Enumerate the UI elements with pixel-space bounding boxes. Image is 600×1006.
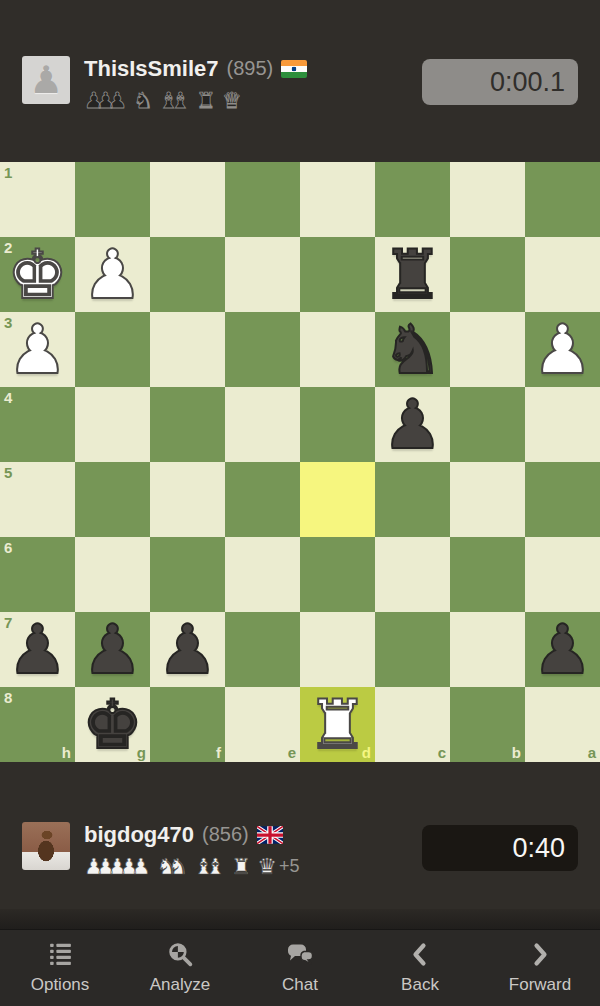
square-g1[interactable] bbox=[75, 162, 150, 237]
chat-label: Chat bbox=[282, 975, 318, 995]
uk-flag-icon bbox=[257, 826, 283, 844]
back-label: Back bbox=[401, 975, 439, 995]
analyze-label: Analyze bbox=[150, 975, 210, 995]
square-f5[interactable] bbox=[150, 462, 225, 537]
square-e3[interactable] bbox=[225, 312, 300, 387]
analyze-magnifier-icon bbox=[167, 940, 194, 968]
square-f4[interactable] bbox=[150, 387, 225, 462]
square-f6[interactable] bbox=[150, 537, 225, 612]
square-c5[interactable] bbox=[375, 462, 450, 537]
square-c4[interactable]: ♟ bbox=[375, 387, 450, 462]
square-d7[interactable] bbox=[300, 612, 375, 687]
square-a7[interactable]: ♟ bbox=[525, 612, 600, 687]
square-c6[interactable] bbox=[375, 537, 450, 612]
file-label-a: a bbox=[588, 745, 596, 760]
square-h7[interactable]: 7♟ bbox=[0, 612, 75, 687]
file-label-b: b bbox=[512, 745, 521, 760]
square-g6[interactable] bbox=[75, 537, 150, 612]
square-h8[interactable]: 8h bbox=[0, 687, 75, 762]
piece-wK-h2[interactable]: ♚ bbox=[0, 237, 75, 312]
analyze-button[interactable]: Analyze bbox=[120, 929, 240, 1006]
top-player[interactable]: ♟ ThisIsSmile7 (895) ♟♟♟♞♝♝♜♛ bbox=[22, 56, 307, 112]
square-h2[interactable]: 2♚ bbox=[0, 237, 75, 312]
square-a4[interactable] bbox=[525, 387, 600, 462]
piece-bP-g7[interactable]: ♟ bbox=[75, 612, 150, 687]
forward-button[interactable]: Forward bbox=[480, 929, 600, 1006]
square-h6[interactable]: 6 bbox=[0, 537, 75, 612]
square-b7[interactable] bbox=[450, 612, 525, 687]
square-c2[interactable]: ♜ bbox=[375, 237, 450, 312]
square-g2[interactable]: ♟ bbox=[75, 237, 150, 312]
top-player-avatar[interactable]: ♟ bbox=[22, 56, 70, 104]
piece-wP-g2[interactable]: ♟ bbox=[75, 237, 150, 312]
piece-bN-c3[interactable]: ♞ bbox=[375, 312, 450, 387]
piece-bP-f7[interactable]: ♟ bbox=[150, 612, 225, 687]
square-g3[interactable] bbox=[75, 312, 150, 387]
bottom-player-captured-pieces: ♟♟♟♟♟♞♞♝♝♜♛+5 bbox=[84, 854, 300, 878]
piece-bP-c4[interactable]: ♟ bbox=[375, 387, 450, 462]
default-pawn-avatar-icon: ♟ bbox=[29, 61, 63, 99]
india-flag-icon bbox=[281, 60, 307, 78]
square-e6[interactable] bbox=[225, 537, 300, 612]
square-g7[interactable]: ♟ bbox=[75, 612, 150, 687]
square-b5[interactable] bbox=[450, 462, 525, 537]
square-d4[interactable] bbox=[300, 387, 375, 462]
forward-label: Forward bbox=[509, 975, 571, 995]
piece-wP-a3[interactable]: ♟ bbox=[525, 312, 600, 387]
material-advantage: +5 bbox=[279, 856, 300, 878]
bottom-player-avatar[interactable] bbox=[22, 822, 70, 870]
square-e1[interactable] bbox=[225, 162, 300, 237]
piece-bP-a7[interactable]: ♟ bbox=[525, 612, 600, 687]
piece-bP-h7[interactable]: ♟ bbox=[0, 612, 75, 687]
square-f2[interactable] bbox=[150, 237, 225, 312]
file-label-f: f bbox=[216, 745, 221, 760]
bottom-player-rating: (856) bbox=[202, 823, 249, 846]
bottom-toolbar: Options Analyze Chat bbox=[0, 929, 600, 1006]
piece-wR-d8[interactable]: ♜ bbox=[300, 687, 375, 762]
captured-group-ppppp: ♟♟♟♟♟ bbox=[84, 856, 157, 878]
square-c1[interactable] bbox=[375, 162, 450, 237]
square-e2[interactable] bbox=[225, 237, 300, 312]
square-h3[interactable]: 3♟ bbox=[0, 312, 75, 387]
chat-button[interactable]: Chat bbox=[240, 929, 360, 1006]
square-h4[interactable]: 4 bbox=[0, 387, 75, 462]
rank-label-8: 8 bbox=[4, 690, 12, 705]
square-a8[interactable]: a bbox=[525, 687, 600, 762]
square-a5[interactable] bbox=[525, 462, 600, 537]
square-f1[interactable] bbox=[150, 162, 225, 237]
captured-group-n: ♞ bbox=[133, 90, 159, 112]
captured-group-bb: ♝♝ bbox=[194, 856, 231, 878]
bottom-player-section: bigdog470 (856) ♟♟♟♟♟♞♞♝♝♜♛+5 0:40 bbox=[0, 762, 600, 909]
square-c8[interactable]: c bbox=[375, 687, 450, 762]
square-e5[interactable] bbox=[225, 462, 300, 537]
square-d8[interactable]: d♜ bbox=[300, 687, 375, 762]
top-player-username[interactable]: ThisIsSmile7 bbox=[84, 56, 219, 82]
file-label-h: h bbox=[62, 745, 71, 760]
bottom-player-clock: 0:40 bbox=[422, 825, 578, 871]
top-player-clock: 0:00.1 bbox=[422, 59, 578, 105]
square-b1[interactable] bbox=[450, 162, 525, 237]
square-a6[interactable] bbox=[525, 537, 600, 612]
captured-group-ppp: ♟♟♟ bbox=[84, 90, 133, 112]
top-player-section: ♟ ThisIsSmile7 (895) ♟♟♟♞♝♝♜♛ 0:00.1 bbox=[0, 0, 600, 162]
square-e8[interactable]: e bbox=[225, 687, 300, 762]
file-label-c: c bbox=[438, 745, 446, 760]
square-g4[interactable] bbox=[75, 387, 150, 462]
captured-group-r: ♜ bbox=[232, 856, 258, 878]
bottom-player-username[interactable]: bigdog470 bbox=[84, 822, 194, 848]
square-f3[interactable] bbox=[150, 312, 225, 387]
square-d6[interactable] bbox=[300, 537, 375, 612]
chevron-right-icon bbox=[528, 940, 552, 968]
square-a3[interactable]: ♟ bbox=[525, 312, 600, 387]
chess-app: ♟ ThisIsSmile7 (895) ♟♟♟♞♝♝♜♛ 0:00.1 12♚… bbox=[0, 0, 600, 1006]
square-c3[interactable]: ♞ bbox=[375, 312, 450, 387]
square-g5[interactable] bbox=[75, 462, 150, 537]
square-c7[interactable] bbox=[375, 612, 450, 687]
rank-label-4: 4 bbox=[4, 390, 12, 405]
captured-group-nn: ♞♞ bbox=[157, 856, 194, 878]
square-d1[interactable] bbox=[300, 162, 375, 237]
square-d3[interactable] bbox=[300, 312, 375, 387]
back-button[interactable]: Back bbox=[360, 929, 480, 1006]
chevron-left-icon bbox=[408, 940, 432, 968]
piece-bK-g8[interactable]: ♚ bbox=[75, 687, 150, 762]
piece-bR-c2[interactable]: ♜ bbox=[375, 237, 450, 312]
square-h5[interactable]: 5 bbox=[0, 462, 75, 537]
square-b2[interactable] bbox=[450, 237, 525, 312]
square-b4[interactable] bbox=[450, 387, 525, 462]
rank-label-5: 5 bbox=[4, 465, 12, 480]
square-a2[interactable] bbox=[525, 237, 600, 312]
top-player-rating: (895) bbox=[227, 57, 274, 80]
square-e7[interactable] bbox=[225, 612, 300, 687]
captured-group-q: ♛ bbox=[222, 90, 248, 112]
square-e4[interactable] bbox=[225, 387, 300, 462]
square-d5[interactable] bbox=[300, 462, 375, 537]
toolbar-top-shadow bbox=[0, 909, 600, 929]
top-player-captured-pieces: ♟♟♟♞♝♝♜♛ bbox=[84, 88, 307, 112]
square-a1[interactable] bbox=[525, 162, 600, 237]
square-g8[interactable]: g♚ bbox=[75, 687, 150, 762]
bottom-player[interactable]: bigdog470 (856) ♟♟♟♟♟♞♞♝♝♜♛+5 bbox=[22, 822, 300, 878]
captured-group-r: ♜ bbox=[196, 90, 222, 112]
options-button[interactable]: Options bbox=[0, 929, 120, 1006]
rank-label-1: 1 bbox=[4, 165, 12, 180]
file-label-e: e bbox=[288, 745, 296, 760]
square-b8[interactable]: b bbox=[450, 687, 525, 762]
chat-bubbles-icon bbox=[285, 940, 315, 968]
options-label: Options bbox=[31, 975, 90, 995]
chess-board: 12♚♟♜3♟♞♟4♟567♟♟♟♟8hg♚fed♜cba bbox=[0, 162, 600, 762]
square-f8[interactable]: f bbox=[150, 687, 225, 762]
square-h1[interactable]: 1 bbox=[0, 162, 75, 237]
options-list-icon bbox=[47, 940, 74, 968]
rank-label-6: 6 bbox=[4, 540, 12, 555]
square-d2[interactable] bbox=[300, 237, 375, 312]
captured-group-bb: ♝♝ bbox=[159, 90, 196, 112]
square-f7[interactable]: ♟ bbox=[150, 612, 225, 687]
square-b6[interactable] bbox=[450, 537, 525, 612]
piece-wP-h3[interactable]: ♟ bbox=[0, 312, 75, 387]
square-b3[interactable] bbox=[450, 312, 525, 387]
